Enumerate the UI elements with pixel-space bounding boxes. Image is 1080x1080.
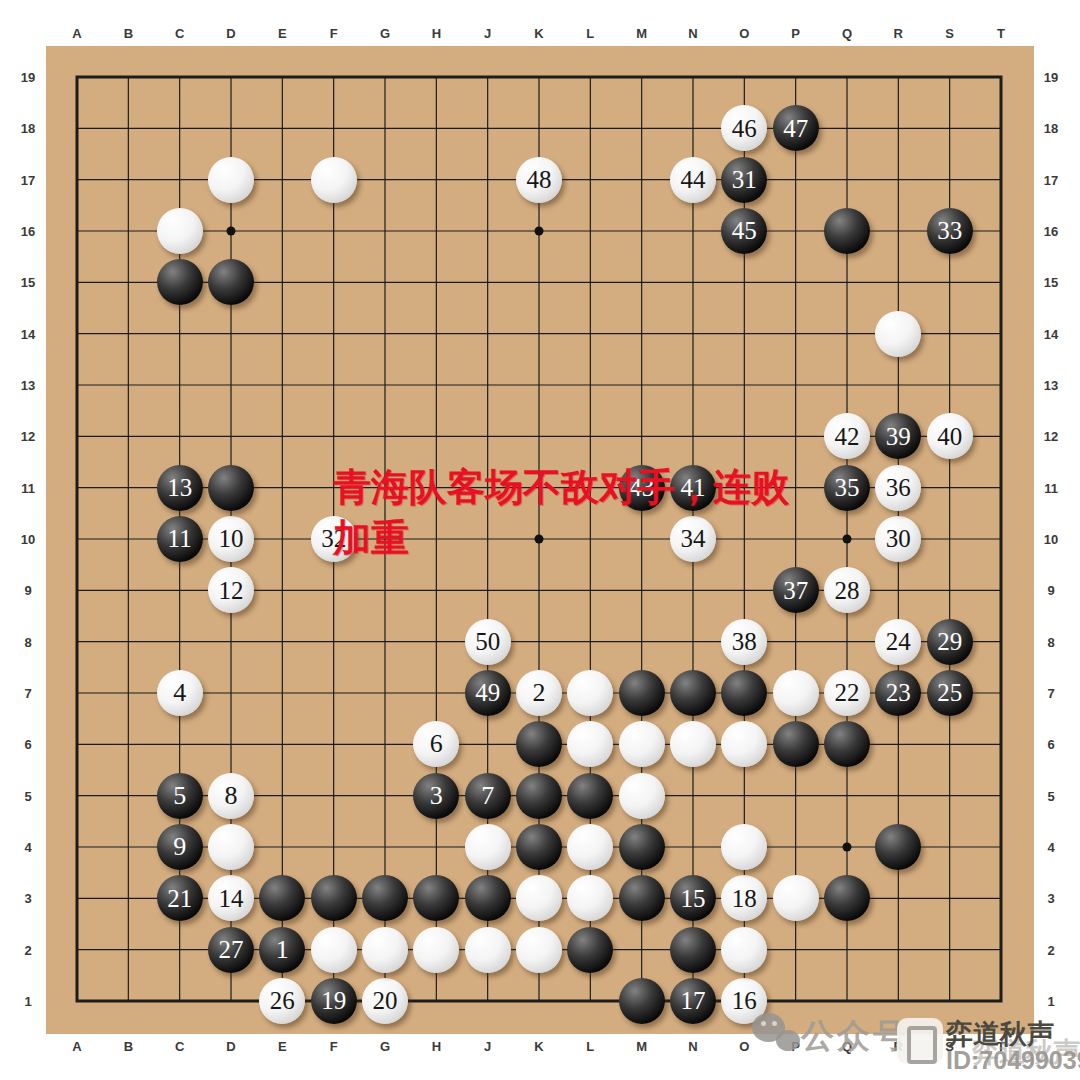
stone-white-L4 — [567, 824, 613, 870]
col-label-bottom-D: D — [226, 1039, 235, 1054]
col-label-top-T: T — [997, 26, 1005, 41]
row-label-right-7: 7 — [1047, 685, 1054, 700]
stone-white-O1: 16 — [721, 978, 767, 1024]
move-number: 46 — [732, 116, 757, 141]
col-label-bottom-S: S — [945, 1039, 954, 1054]
move-number: 48 — [526, 167, 551, 192]
move-number: 15 — [680, 886, 705, 911]
stone-white-R10: 30 — [875, 516, 921, 562]
row-label-right-14: 14 — [1044, 326, 1058, 341]
move-number: 16 — [732, 988, 757, 1013]
col-label-top-H: H — [432, 26, 441, 41]
headline-line1: 青海队客场不敌对手，连败 — [333, 462, 789, 513]
col-label-top-B: B — [124, 26, 133, 41]
col-label-bottom-A: A — [72, 1039, 81, 1054]
col-label-bottom-B: B — [124, 1039, 133, 1054]
headline-overlay: 青海队客场不敌对手，连败 加重 — [333, 462, 789, 564]
row-label-right-9: 9 — [1047, 583, 1054, 598]
stone-white-N17: 44 — [670, 157, 716, 203]
move-number: 17 — [680, 988, 705, 1013]
stone-white-S12: 40 — [927, 413, 973, 459]
stone-white-M6 — [619, 721, 665, 767]
col-label-top-S: S — [945, 26, 954, 41]
stone-black-F3 — [311, 875, 357, 921]
row-label-right-2: 2 — [1047, 942, 1054, 957]
stone-black-S8: 29 — [927, 619, 973, 665]
stone-black-O16: 45 — [721, 208, 767, 254]
row-label-right-8: 8 — [1047, 634, 1054, 649]
move-number: 27 — [218, 937, 243, 962]
watermark-id: ID:70499039 — [946, 1046, 1080, 1075]
col-label-bottom-N: N — [688, 1039, 697, 1054]
stone-white-P7 — [773, 670, 819, 716]
stone-black-N2 — [670, 927, 716, 973]
move-number: 42 — [834, 424, 859, 449]
row-label-left-11: 11 — [21, 480, 35, 495]
stone-white-O4 — [721, 824, 767, 870]
col-label-bottom-E: E — [278, 1039, 287, 1054]
col-label-bottom-T: T — [997, 1039, 1005, 1054]
row-label-right-12: 12 — [1044, 429, 1058, 444]
move-number: 39 — [886, 424, 911, 449]
col-label-bottom-P: P — [791, 1039, 800, 1054]
stone-black-R4 — [875, 824, 921, 870]
row-label-left-17: 17 — [21, 172, 35, 187]
row-label-right-1: 1 — [1047, 993, 1054, 1008]
col-label-bottom-L: L — [586, 1039, 594, 1054]
stone-white-Q12: 42 — [824, 413, 870, 459]
row-label-left-3: 3 — [24, 891, 31, 906]
move-number: 2 — [532, 680, 545, 706]
move-number: 35 — [834, 475, 859, 500]
stone-white-C7: 4 — [157, 670, 203, 716]
col-label-bottom-G: G — [380, 1039, 390, 1054]
stone-white-P3 — [773, 875, 819, 921]
stone-black-C3: 21 — [157, 875, 203, 921]
move-number: 7 — [481, 783, 494, 809]
stone-black-M4 — [619, 824, 665, 870]
stone-white-M5 — [619, 773, 665, 819]
move-number: 40 — [937, 424, 962, 449]
move-number: 28 — [834, 578, 859, 603]
move-number: 30 — [886, 526, 911, 551]
row-label-right-11: 11 — [1044, 480, 1058, 495]
go-diagram-page: AABBCCDDEEFFGGHHJJKKLLMMNNOOPPQQRRSSTT11… — [0, 0, 1080, 1080]
stone-black-D11 — [208, 465, 254, 511]
col-label-bottom-M: M — [636, 1039, 647, 1054]
stone-white-D17 — [208, 157, 254, 203]
stone-white-D10: 10 — [208, 516, 254, 562]
stone-black-M7 — [619, 670, 665, 716]
move-number: 10 — [218, 526, 243, 551]
stone-black-C4: 9 — [157, 824, 203, 870]
move-number: 37 — [783, 578, 808, 603]
stone-black-F1: 19 — [311, 978, 357, 1024]
col-label-top-E: E — [278, 26, 287, 41]
star-point-K16 — [534, 226, 543, 235]
row-label-right-18: 18 — [1044, 121, 1058, 136]
stone-white-D9: 12 — [208, 567, 254, 613]
col-label-bottom-Q: Q — [842, 1039, 852, 1054]
col-label-top-A: A — [72, 26, 81, 41]
stone-white-O2 — [721, 927, 767, 973]
col-label-top-R: R — [894, 26, 903, 41]
stone-white-K2 — [516, 927, 562, 973]
stone-white-C16 — [157, 208, 203, 254]
row-label-left-10: 10 — [21, 531, 35, 546]
move-number: 33 — [937, 218, 962, 243]
row-label-right-4: 4 — [1047, 839, 1054, 854]
col-label-top-D: D — [226, 26, 235, 41]
col-label-top-N: N — [688, 26, 697, 41]
row-label-left-16: 16 — [21, 223, 35, 238]
col-label-top-C: C — [175, 26, 184, 41]
stone-white-K3 — [516, 875, 562, 921]
row-label-right-13: 13 — [1044, 377, 1058, 392]
stone-black-C10: 11 — [157, 516, 203, 562]
stone-black-C5: 5 — [157, 773, 203, 819]
stone-white-Q9: 28 — [824, 567, 870, 613]
row-label-left-1: 1 — [24, 993, 31, 1008]
stone-black-H5: 3 — [413, 773, 459, 819]
stone-white-K17: 48 — [516, 157, 562, 203]
row-label-right-15: 15 — [1044, 275, 1058, 290]
move-number: 8 — [224, 783, 237, 809]
stone-white-J8: 50 — [465, 619, 511, 665]
move-number: 14 — [218, 886, 243, 911]
stone-black-K4 — [516, 824, 562, 870]
move-number: 13 — [167, 475, 192, 500]
col-label-bottom-F: F — [330, 1039, 338, 1054]
stone-white-E1: 26 — [259, 978, 305, 1024]
stone-white-D3: 14 — [208, 875, 254, 921]
stone-black-G3 — [362, 875, 408, 921]
stone-black-K6 — [516, 721, 562, 767]
move-number: 19 — [321, 988, 346, 1013]
move-number: 36 — [886, 475, 911, 500]
col-label-bottom-H: H — [432, 1039, 441, 1054]
stone-black-Q11: 35 — [824, 465, 870, 511]
stone-white-R11: 36 — [875, 465, 921, 511]
move-number: 50 — [475, 629, 500, 654]
move-number: 25 — [937, 680, 962, 705]
stone-black-N1: 17 — [670, 978, 716, 1024]
stone-white-H2 — [413, 927, 459, 973]
move-number: 38 — [732, 629, 757, 654]
stone-black-C15 — [157, 259, 203, 305]
col-label-top-P: P — [791, 26, 800, 41]
stone-black-N7 — [670, 670, 716, 716]
stone-white-D5: 8 — [208, 773, 254, 819]
col-label-top-J: J — [484, 26, 491, 41]
stone-black-L2 — [567, 927, 613, 973]
star-point-Q10 — [842, 534, 851, 543]
move-number: 29 — [937, 629, 962, 654]
move-number: 44 — [680, 167, 705, 192]
stone-black-O17: 31 — [721, 157, 767, 203]
stone-black-J5: 7 — [465, 773, 511, 819]
move-number: 12 — [218, 578, 243, 603]
move-number: 1 — [276, 937, 289, 963]
stone-black-J3 — [465, 875, 511, 921]
move-number: 22 — [834, 680, 859, 705]
col-label-top-O: O — [739, 26, 749, 41]
move-number: 18 — [732, 886, 757, 911]
stone-white-G1: 20 — [362, 978, 408, 1024]
stone-black-S7: 25 — [927, 670, 973, 716]
move-number: 6 — [430, 731, 443, 757]
stone-black-P6 — [773, 721, 819, 767]
row-label-left-2: 2 — [24, 942, 31, 957]
col-label-top-Q: Q — [842, 26, 852, 41]
row-label-right-5: 5 — [1047, 788, 1054, 803]
stone-black-S16: 33 — [927, 208, 973, 254]
stone-black-Q16 — [824, 208, 870, 254]
stone-white-L7 — [567, 670, 613, 716]
move-number: 4 — [173, 680, 186, 706]
row-label-left-18: 18 — [21, 121, 35, 136]
col-label-top-L: L — [586, 26, 594, 41]
row-label-left-15: 15 — [21, 275, 35, 290]
row-label-right-16: 16 — [1044, 223, 1058, 238]
col-label-bottom-C: C — [175, 1039, 184, 1054]
stone-white-R14 — [875, 311, 921, 357]
col-label-top-G: G — [380, 26, 390, 41]
headline-line2: 加重 — [333, 513, 789, 564]
stone-white-G2 — [362, 927, 408, 973]
col-label-bottom-O: O — [739, 1039, 749, 1054]
move-number: 20 — [372, 988, 397, 1013]
row-label-right-10: 10 — [1044, 531, 1058, 546]
stone-black-Q6 — [824, 721, 870, 767]
move-number: 9 — [173, 834, 186, 860]
stone-black-O7 — [721, 670, 767, 716]
stone-black-P9: 37 — [773, 567, 819, 613]
row-label-left-13: 13 — [21, 377, 35, 392]
row-label-left-6: 6 — [24, 737, 31, 752]
row-label-left-7: 7 — [24, 685, 31, 700]
stone-white-R8: 24 — [875, 619, 921, 665]
col-label-bottom-K: K — [534, 1039, 543, 1054]
stone-black-D15 — [208, 259, 254, 305]
stone-black-Q3 — [824, 875, 870, 921]
row-label-left-8: 8 — [24, 634, 31, 649]
move-number: 23 — [886, 680, 911, 705]
stone-black-N3: 15 — [670, 875, 716, 921]
stone-white-F17 — [311, 157, 357, 203]
star-point-Q4 — [842, 842, 851, 851]
stone-white-J4 — [465, 824, 511, 870]
row-label-left-4: 4 — [24, 839, 31, 854]
move-number: 21 — [167, 886, 192, 911]
move-number: 11 — [168, 526, 192, 551]
move-number: 49 — [475, 680, 500, 705]
move-number: 5 — [173, 783, 186, 809]
stone-black-L5 — [567, 773, 613, 819]
stone-black-R7: 23 — [875, 670, 921, 716]
stone-black-M3 — [619, 875, 665, 921]
stone-black-K5 — [516, 773, 562, 819]
row-label-left-5: 5 — [24, 788, 31, 803]
col-label-top-F: F — [330, 26, 338, 41]
stone-white-K7: 2 — [516, 670, 562, 716]
move-number: 24 — [886, 629, 911, 654]
col-label-bottom-R: R — [894, 1039, 903, 1054]
col-label-bottom-J: J — [484, 1039, 491, 1054]
stone-white-O8: 38 — [721, 619, 767, 665]
stone-white-J2 — [465, 927, 511, 973]
stone-black-P18: 47 — [773, 105, 819, 151]
row-label-right-19: 19 — [1044, 70, 1058, 85]
row-label-right-3: 3 — [1047, 891, 1054, 906]
stone-white-D4 — [208, 824, 254, 870]
row-label-left-12: 12 — [21, 429, 35, 444]
stone-white-F2 — [311, 927, 357, 973]
move-number: 26 — [270, 988, 295, 1013]
stone-black-C11: 13 — [157, 465, 203, 511]
move-number: 3 — [430, 783, 443, 809]
row-label-left-9: 9 — [24, 583, 31, 598]
stone-white-N6 — [670, 721, 716, 767]
stone-black-D2: 27 — [208, 927, 254, 973]
star-point-D16 — [226, 226, 235, 235]
row-label-left-14: 14 — [21, 326, 35, 341]
stone-black-M1 — [619, 978, 665, 1024]
move-number: 31 — [732, 167, 757, 192]
stone-white-Q7: 22 — [824, 670, 870, 716]
row-label-left-19: 19 — [21, 70, 35, 85]
row-label-right-17: 17 — [1044, 172, 1058, 187]
move-number: 45 — [732, 218, 757, 243]
col-label-top-K: K — [534, 26, 543, 41]
col-label-top-M: M — [636, 26, 647, 41]
stone-black-E2: 1 — [259, 927, 305, 973]
row-label-right-6: 6 — [1047, 737, 1054, 752]
stone-black-J7: 49 — [465, 670, 511, 716]
move-number: 47 — [783, 116, 808, 141]
